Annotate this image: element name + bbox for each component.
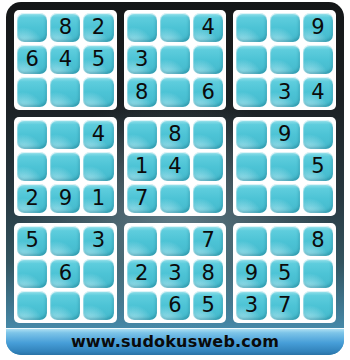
sudoku-cell[interactable] <box>236 13 266 42</box>
sudoku-cell[interactable]: 4 <box>50 45 80 74</box>
sudoku-cell[interactable] <box>17 152 47 181</box>
sudoku-cell[interactable]: 2 <box>17 184 47 213</box>
sudoku-cell[interactable] <box>160 13 190 42</box>
sudoku-cell[interactable] <box>83 152 113 181</box>
sudoku-cell[interactable]: 7 <box>127 184 157 213</box>
sudoku-cell[interactable] <box>303 184 333 213</box>
sudoku-cell[interactable]: 3 <box>270 77 300 106</box>
sudoku-cell[interactable]: 4 <box>303 77 333 106</box>
sudoku-cell[interactable] <box>270 152 300 181</box>
sudoku-cell[interactable] <box>303 120 333 149</box>
sudoku-cell[interactable] <box>50 120 80 149</box>
sudoku-cell[interactable]: 9 <box>303 13 333 42</box>
sudoku-cell[interactable] <box>236 45 266 74</box>
site-url[interactable]: www.sudokusweb.com <box>71 332 279 351</box>
sudoku-cell[interactable] <box>236 152 266 181</box>
sudoku-cell[interactable] <box>160 77 190 106</box>
sudoku-block: 934 <box>233 10 336 110</box>
sudoku-cell[interactable]: 2 <box>83 13 113 42</box>
sudoku-cell[interactable] <box>236 184 266 213</box>
sudoku-cell[interactable] <box>83 77 113 106</box>
sudoku-cell[interactable]: 3 <box>83 226 113 255</box>
sudoku-cell[interactable]: 5 <box>193 291 223 320</box>
sudoku-cell[interactable]: 2 <box>127 259 157 288</box>
sudoku-cell[interactable]: 4 <box>193 13 223 42</box>
sudoku-cell[interactable]: 6 <box>50 259 80 288</box>
sudoku-cell[interactable] <box>303 291 333 320</box>
footer-band: www.sudokusweb.com <box>6 328 344 355</box>
sudoku-cell[interactable] <box>270 184 300 213</box>
sudoku-cell[interactable] <box>50 291 80 320</box>
sudoku-cell[interactable] <box>127 120 157 149</box>
sudoku-cell[interactable]: 9 <box>270 120 300 149</box>
sudoku-cell[interactable]: 5 <box>83 45 113 74</box>
sudoku-cell[interactable]: 9 <box>50 184 80 213</box>
sudoku-cell[interactable] <box>160 226 190 255</box>
sudoku-block: 82645 <box>14 10 117 110</box>
sudoku-cell[interactable]: 8 <box>127 77 157 106</box>
sudoku-cell[interactable]: 8 <box>303 226 333 255</box>
sudoku-cell[interactable]: 3 <box>127 45 157 74</box>
sudoku-cell[interactable] <box>127 13 157 42</box>
sudoku-cell[interactable]: 8 <box>160 120 190 149</box>
sudoku-cell[interactable] <box>270 45 300 74</box>
sudoku-cell[interactable] <box>193 152 223 181</box>
sudoku-cell[interactable]: 1 <box>83 184 113 213</box>
sudoku-cell[interactable] <box>270 226 300 255</box>
sudoku-block: 4291 <box>14 117 117 217</box>
sudoku-cell[interactable] <box>17 291 47 320</box>
sudoku-cell[interactable] <box>127 226 157 255</box>
sudoku-block: 89537 <box>233 223 336 323</box>
sudoku-cell[interactable] <box>17 13 47 42</box>
sudoku-cell[interactable]: 6 <box>193 77 223 106</box>
sudoku-block: 95 <box>233 117 336 217</box>
sudoku-cell[interactable]: 3 <box>236 291 266 320</box>
sudoku-cell[interactable] <box>50 226 80 255</box>
sudoku-cell[interactable] <box>193 120 223 149</box>
sudoku-page: 826454386934429181479553672386589537 www… <box>0 0 350 360</box>
sudoku-cell[interactable] <box>127 291 157 320</box>
sudoku-cell[interactable]: 7 <box>270 291 300 320</box>
sudoku-cell[interactable]: 5 <box>270 259 300 288</box>
sudoku-cell[interactable]: 7 <box>193 226 223 255</box>
sudoku-cell[interactable] <box>236 226 266 255</box>
sudoku-cell[interactable] <box>160 45 190 74</box>
sudoku-block: 536 <box>14 223 117 323</box>
sudoku-cell[interactable] <box>303 45 333 74</box>
sudoku-block: 4386 <box>124 10 227 110</box>
board-frame: 826454386934429181479553672386589537 www… <box>6 2 344 355</box>
sudoku-cell[interactable] <box>17 77 47 106</box>
sudoku-cell[interactable]: 5 <box>17 226 47 255</box>
sudoku-board: 826454386934429181479553672386589537 <box>14 10 336 323</box>
sudoku-cell[interactable] <box>17 259 47 288</box>
sudoku-cell[interactable] <box>193 184 223 213</box>
sudoku-cell[interactable] <box>236 77 266 106</box>
sudoku-cell[interactable] <box>17 120 47 149</box>
sudoku-block: 8147 <box>124 117 227 217</box>
sudoku-block: 723865 <box>124 223 227 323</box>
sudoku-cell[interactable] <box>83 259 113 288</box>
sudoku-cell[interactable]: 6 <box>17 45 47 74</box>
sudoku-cell[interactable]: 3 <box>160 259 190 288</box>
sudoku-cell[interactable] <box>160 184 190 213</box>
sudoku-cell[interactable]: 8 <box>193 259 223 288</box>
sudoku-cell[interactable] <box>193 45 223 74</box>
sudoku-cell[interactable]: 9 <box>236 259 266 288</box>
sudoku-cell[interactable]: 8 <box>50 13 80 42</box>
sudoku-cell[interactable]: 1 <box>127 152 157 181</box>
sudoku-cell[interactable] <box>303 259 333 288</box>
sudoku-cell[interactable] <box>270 13 300 42</box>
sudoku-cell[interactable]: 4 <box>160 152 190 181</box>
sudoku-cell[interactable]: 4 <box>83 120 113 149</box>
sudoku-cell[interactable] <box>50 152 80 181</box>
sudoku-cell[interactable] <box>236 120 266 149</box>
sudoku-cell[interactable]: 5 <box>303 152 333 181</box>
sudoku-cell[interactable] <box>50 77 80 106</box>
sudoku-cell[interactable]: 6 <box>160 291 190 320</box>
sudoku-cell[interactable] <box>83 291 113 320</box>
